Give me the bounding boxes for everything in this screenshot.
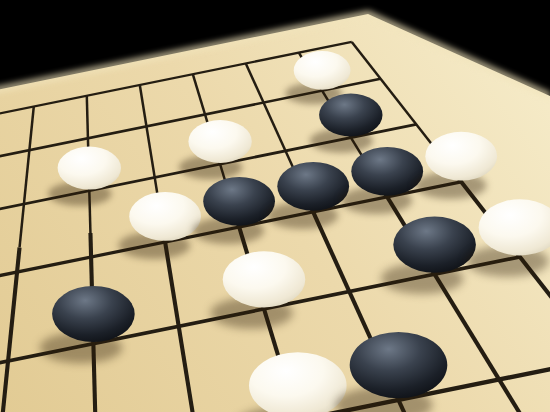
stone-body-white — [425, 132, 497, 181]
stone-body-black — [319, 94, 382, 137]
stone-body-black — [277, 162, 349, 211]
scene — [0, 0, 550, 412]
go-board — [0, 0, 550, 412]
stone-body-white — [223, 251, 306, 307]
stone-body-black — [351, 147, 423, 196]
stone-body-black — [203, 177, 275, 226]
stone-body-black — [52, 286, 135, 342]
stone-body-white — [294, 51, 351, 90]
stone-body-white — [58, 147, 121, 190]
stone-body-white — [188, 120, 251, 163]
stone-body-black — [350, 332, 448, 398]
stone-body-black — [393, 217, 476, 273]
stone-body-white — [129, 192, 201, 241]
